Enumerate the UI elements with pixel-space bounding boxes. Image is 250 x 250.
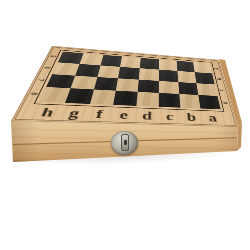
square — [113, 91, 137, 106]
square — [159, 93, 180, 108]
square — [159, 81, 179, 94]
file-label: e — [110, 105, 136, 124]
rank-label: 5 — [207, 65, 226, 72]
board-border-wood: 5678 5678 hgfedcba — [11, 46, 238, 127]
square — [94, 77, 119, 91]
file-label: a — [201, 109, 225, 127]
rank-label: 7 — [27, 75, 56, 85]
file-label: c — [159, 107, 182, 126]
square — [136, 92, 158, 107]
rank-label: 6 — [34, 63, 61, 72]
square — [116, 78, 139, 92]
metal-clasp-icon — [111, 131, 138, 155]
square — [138, 79, 159, 93]
box-lid: 5678 5678 hgfedcba — [11, 46, 238, 127]
square — [179, 94, 201, 108]
rank-label: 8 — [18, 89, 49, 99]
rank-label: 6 — [209, 75, 229, 83]
rank-label: 7 — [212, 86, 233, 94]
square — [90, 90, 116, 105]
product-photo: 5678 5678 hgfedcba — [0, 0, 250, 250]
rank-label: 8 — [214, 98, 236, 107]
file-label: b — [180, 108, 203, 126]
clasp-pin — [124, 140, 127, 145]
file-label: f — [84, 104, 113, 124]
file-label: d — [135, 106, 159, 125]
rank-label: 5 — [40, 52, 66, 60]
square — [178, 82, 199, 95]
